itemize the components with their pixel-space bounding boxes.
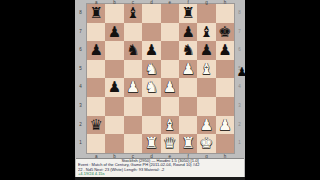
square-g3[interactable]	[197, 97, 215, 116]
chess-board[interactable]: ♜♝♜♟♟♝♚♟♞♟♞♟♟♞♟♝♟♟♞♟♛♝♟♟♜♛♜♚	[87, 4, 234, 153]
rank-label-right-2: 2	[234, 116, 245, 135]
black-pawn: ♟	[216, 41, 234, 60]
square-d6[interactable]: ♟	[142, 41, 160, 60]
square-f4[interactable]	[179, 78, 197, 97]
square-h5[interactable]	[216, 60, 234, 79]
square-c1[interactable]	[124, 134, 142, 153]
white-knight: ♞	[142, 78, 160, 97]
square-c3[interactable]	[124, 97, 142, 116]
square-f3[interactable]	[179, 97, 197, 116]
square-b4[interactable]: ♟	[105, 78, 123, 97]
square-f2[interactable]	[179, 116, 197, 135]
rank-label-left-4: 4	[75, 78, 86, 97]
file-label-top-f: f	[179, 0, 197, 5]
white-rook: ♜	[142, 134, 160, 153]
rank-label-right-6: 6	[234, 41, 245, 60]
square-f7[interactable]: ♟	[179, 23, 197, 42]
square-b3[interactable]	[105, 97, 123, 116]
white-pawn: ♟	[179, 60, 197, 79]
black-bishop: ♝	[124, 4, 142, 23]
square-h4[interactable]	[216, 78, 234, 97]
square-g4[interactable]	[197, 78, 215, 97]
file-label-top-d: d	[142, 0, 160, 5]
white-knight: ♞	[142, 60, 160, 79]
footer-bottom-strip	[75, 177, 245, 180]
square-h3[interactable]	[216, 97, 234, 116]
square-f5[interactable]: ♟	[179, 60, 197, 79]
rank-label-left-7: 7	[75, 23, 86, 42]
white-pawn: ♟	[216, 116, 234, 135]
file-label-top-g: g	[197, 0, 215, 5]
captured-black-pawn-marker: ♟	[235, 65, 249, 79]
black-pawn: ♟	[142, 41, 160, 60]
square-d7[interactable]	[142, 23, 160, 42]
black-rook: ♜	[87, 4, 105, 23]
rank-label-right-7: 7	[234, 23, 245, 42]
rank-label-right-8: 8	[234, 4, 245, 23]
square-e2[interactable]: ♝	[161, 116, 179, 135]
rank-label-left-3: 3	[75, 97, 86, 116]
rank-label-right-3: 3	[234, 97, 245, 116]
square-a6[interactable]: ♟	[87, 41, 105, 60]
square-h7[interactable]: ♚	[216, 23, 234, 42]
square-f1[interactable]: ♜	[179, 134, 197, 153]
file-label-top-e: e	[161, 0, 179, 5]
square-e1[interactable]: ♛	[161, 134, 179, 153]
square-h1[interactable]	[216, 134, 234, 153]
square-a5[interactable]	[87, 60, 105, 79]
square-a4[interactable]	[87, 78, 105, 97]
white-king: ♚	[197, 134, 215, 153]
square-g6[interactable]: ♟	[197, 41, 215, 60]
square-a8[interactable]: ♜	[87, 4, 105, 23]
black-bishop: ♝	[197, 23, 215, 42]
rank-label-left-6: 6	[75, 41, 86, 60]
square-a3[interactable]	[87, 97, 105, 116]
square-a2[interactable]: ♛	[87, 116, 105, 135]
rank-label-right-4: 4	[234, 78, 245, 97]
file-label-top-h: h	[216, 0, 234, 5]
square-e3[interactable]	[161, 97, 179, 116]
black-rook: ♜	[179, 4, 197, 23]
square-b7[interactable]: ♟	[105, 23, 123, 42]
square-e4[interactable]: ♟	[161, 78, 179, 97]
white-rook: ♜	[179, 134, 197, 153]
square-g5[interactable]: ♝	[197, 60, 215, 79]
rank-label-left-5: 5	[75, 60, 86, 79]
square-d8[interactable]	[142, 4, 160, 23]
square-c6[interactable]: ♞	[124, 41, 142, 60]
black-king: ♚	[216, 23, 234, 42]
white-pawn: ♟	[197, 116, 215, 135]
white-bishop: ♝	[161, 116, 179, 135]
letterbox-right	[245, 0, 320, 180]
square-b1[interactable]	[105, 134, 123, 153]
square-h8[interactable]	[216, 4, 234, 23]
square-e6[interactable]	[161, 41, 179, 60]
file-label-top-b: b	[105, 0, 123, 5]
square-a7[interactable]	[87, 23, 105, 42]
black-pawn: ♟	[105, 78, 123, 97]
square-g1[interactable]: ♚	[197, 134, 215, 153]
square-c8[interactable]: ♝	[124, 4, 142, 23]
engine-eval-line: +4.19/24 4.15s	[76, 172, 244, 176]
black-queen: ♛	[87, 116, 105, 135]
square-c2[interactable]	[124, 116, 142, 135]
square-c5[interactable]	[124, 60, 142, 79]
square-e5[interactable]	[161, 60, 179, 79]
square-d3[interactable]	[142, 97, 160, 116]
square-a1[interactable]	[87, 134, 105, 153]
square-e7[interactable]	[161, 23, 179, 42]
black-pawn: ♟	[105, 23, 123, 42]
white-bishop: ♝	[197, 60, 215, 79]
square-h6[interactable]: ♟	[216, 41, 234, 60]
square-c7[interactable]	[124, 23, 142, 42]
square-b8[interactable]	[105, 4, 123, 23]
letterbox-left	[0, 0, 75, 180]
square-d5[interactable]: ♞	[142, 60, 160, 79]
square-g8[interactable]	[197, 4, 215, 23]
square-c4[interactable]: ♟	[124, 78, 142, 97]
video-frame: ♜♝♜♟♟♝♚♟♞♟♞♟♟♞♟♝♟♟♞♟♛♝♟♟♜♛♜♚ 88776655443…	[0, 0, 320, 180]
black-pawn: ♟	[87, 41, 105, 60]
file-label-top-c: c	[124, 0, 142, 5]
black-knight: ♞	[179, 41, 197, 60]
square-g2[interactable]: ♟	[197, 116, 215, 135]
square-d2[interactable]	[142, 116, 160, 135]
black-knight: ♞	[124, 41, 142, 60]
square-b5[interactable]	[105, 60, 123, 79]
rank-label-left-8: 8	[75, 4, 86, 23]
game-info-footer: Stockfish (2950) — Houdini 1.5 (3050) [1…	[76, 158, 244, 178]
square-g7[interactable]: ♝	[197, 23, 215, 42]
file-label-top-a: a	[87, 0, 105, 5]
square-f6[interactable]: ♞	[179, 41, 197, 60]
square-d1[interactable]: ♜	[142, 134, 160, 153]
white-queen: ♛	[161, 134, 179, 153]
rank-label-left-2: 2	[75, 116, 86, 135]
black-pawn: ♟	[197, 41, 215, 60]
square-f8[interactable]: ♜	[179, 4, 197, 23]
square-b6[interactable]	[105, 41, 123, 60]
white-pawn: ♟	[161, 78, 179, 97]
white-pawn: ♟	[124, 78, 142, 97]
square-b2[interactable]	[105, 116, 123, 135]
square-e8[interactable]	[161, 4, 179, 23]
rank-label-right-1: 1	[234, 134, 245, 153]
square-d4[interactable]: ♞	[142, 78, 160, 97]
black-pawn: ♟	[179, 23, 197, 42]
square-h2[interactable]: ♟	[216, 116, 234, 135]
rank-label-left-1: 1	[75, 134, 86, 153]
